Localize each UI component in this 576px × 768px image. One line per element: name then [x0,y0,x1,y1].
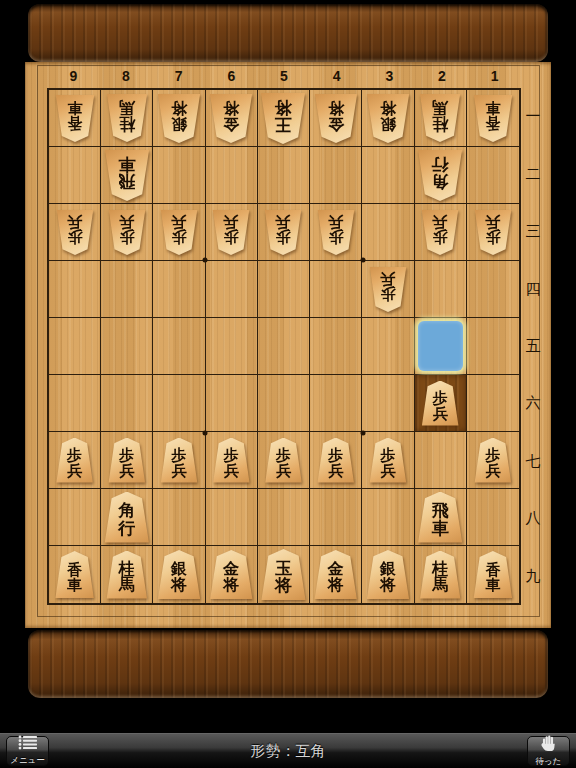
piece-king-sente[interactable]: 玉将 [260,549,306,600]
square-61[interactable]: 金将 [206,90,258,147]
piece-wrapper: 飛車 [417,492,463,543]
piece-kanji-top: 歩 [276,447,291,462]
piece-kanji-bottom: 車 [118,155,135,172]
piece-wrapper: 歩兵 [317,210,355,255]
piece-kanji-bottom: 兵 [276,214,291,229]
rank-label-7: 七 [522,433,544,490]
file-label-4: 4 [310,64,363,88]
square-33[interactable] [362,204,414,261]
piece-kanji-top: 歩 [67,230,82,245]
piece-wrapper: 歩兵 [369,438,407,483]
square-38[interactable] [362,489,414,546]
piece-silver-sente[interactable]: 銀将 [157,550,201,599]
piece-kanji-top: 香 [67,562,82,577]
piece-wrapper: 玉将 [260,549,306,600]
piece-kanji-top: 歩 [485,447,500,462]
piece-pawn-sente[interactable]: 歩兵 [108,438,146,483]
piece-kanji-top: 歩 [433,390,448,405]
piece-wrapper: 桂馬 [419,94,461,142]
piece-kanji-top: 飛 [118,173,135,190]
square-49[interactable]: 金将 [310,546,362,603]
piece-kanji-top: 歩 [328,230,343,245]
piece-kanji-top: 歩 [485,230,500,245]
rank-label-5: 五 [522,318,544,375]
square-77[interactable]: 歩兵 [153,432,205,489]
file-label-6: 6 [205,64,258,88]
square-79[interactable]: 銀将 [153,546,205,603]
piece-lance-sente[interactable]: 香車 [55,551,95,598]
piece-kanji-bottom: 兵 [119,463,134,478]
piece-pawn-sente[interactable]: 歩兵 [421,381,459,426]
piece-kanji-bottom: 兵 [433,406,448,421]
square-36[interactable] [362,375,414,432]
piece-pawn-gote[interactable]: 歩兵 [474,210,512,255]
square-87[interactable]: 歩兵 [101,432,153,489]
piece-lance-sente[interactable]: 香車 [473,551,513,598]
piece-wrapper: 銀将 [366,550,410,599]
file-label-3: 3 [363,64,416,88]
piece-silver-sente[interactable]: 銀将 [366,550,410,599]
toolbar: メニュー 形勢：互角 待った [0,733,576,768]
piece-wrapper: 歩兵 [56,438,94,483]
piece-kanji-top: 飛 [432,502,449,519]
piece-kanji-top: 香 [485,116,500,131]
square-41[interactable]: 金将 [310,90,362,147]
status-text: 形勢：互角 [251,742,326,761]
piece-kanji-top: 金 [328,561,344,577]
piece-silver-gote[interactable]: 銀将 [366,94,410,143]
piece-king-gote[interactable]: 王将 [260,93,306,144]
piece-kanji-bottom: 馬 [432,577,448,593]
piece-kanji-top: 歩 [119,230,134,245]
piece-kanji-bottom: 車 [67,100,82,115]
piece-kanji-top: 歩 [380,447,395,462]
file-label-2: 2 [416,64,469,88]
piece-wrapper: 歩兵 [264,438,302,483]
piece-kanji-top: 金 [328,116,344,132]
square-34[interactable]: 歩兵 [362,261,414,318]
piece-kanji-bottom: 将 [328,577,344,593]
square-68[interactable] [206,489,258,546]
piece-kanji-bottom: 兵 [276,463,291,478]
square-83[interactable]: 歩兵 [101,204,153,261]
piece-wrapper: 歩兵 [317,438,355,483]
square-37[interactable]: 歩兵 [362,432,414,489]
hand-icon [540,735,557,755]
square-66[interactable] [206,375,258,432]
menu-button[interactable]: メニュー [6,736,49,766]
undo-button-label: 待った [536,756,562,768]
square-94[interactable] [49,261,101,318]
square-73[interactable]: 歩兵 [153,204,205,261]
piece-kanji-bottom: 兵 [67,463,82,478]
square-91[interactable]: 香車 [49,90,101,147]
piece-kanji-top: 香 [67,116,82,131]
piece-pawn-gote[interactable]: 歩兵 [369,267,407,312]
square-59[interactable]: 玉将 [258,546,310,603]
hoshi-dot [361,431,366,436]
square-15[interactable] [467,318,519,375]
gote-captured-tray [28,4,548,62]
square-75[interactable] [153,318,205,375]
piece-wrapper: 銀将 [157,550,201,599]
square-84[interactable] [101,261,153,318]
square-14[interactable] [467,261,519,318]
piece-kanji-top: 桂 [432,116,448,132]
piece-kanji-bottom: 兵 [119,214,134,229]
piece-pawn-sente[interactable]: 歩兵 [160,438,198,483]
square-32[interactable] [362,147,414,204]
square-23[interactable]: 歩兵 [415,204,467,261]
piece-wrapper: 歩兵 [56,210,94,255]
piece-kanji-top: 銀 [380,116,396,132]
piece-wrapper: 香車 [473,551,513,598]
piece-wrapper: 香車 [473,95,513,142]
square-27[interactable] [415,432,467,489]
square-97[interactable]: 歩兵 [49,432,101,489]
piece-kanji-bottom: 車 [485,577,500,592]
board-grid[interactable]: 香車桂馬銀将金将王将金将銀将桂馬香車飛車角行歩兵歩兵歩兵歩兵歩兵歩兵歩兵歩兵歩兵… [47,88,521,605]
square-88[interactable]: 角行 [101,489,153,546]
piece-gold-sente[interactable]: 金将 [314,550,358,599]
piece-kanji-bottom: 馬 [119,577,135,593]
piece-kanji-bottom: 馬 [432,99,448,115]
piece-kanji-bottom: 将 [223,99,239,115]
piece-gold-gote[interactable]: 金将 [314,94,358,143]
piece-kanji-bottom: 車 [67,577,82,592]
piece-kanji-top: 桂 [432,561,448,577]
piece-kanji-top: 歩 [224,230,239,245]
square-21[interactable]: 桂馬 [415,90,467,147]
piece-kanji-bottom: 将 [171,99,187,115]
square-63[interactable]: 歩兵 [206,204,258,261]
piece-wrapper: 角行 [417,150,463,201]
piece-pawn-gote[interactable]: 歩兵 [264,210,302,255]
square-81[interactable]: 桂馬 [101,90,153,147]
piece-pawn-sente[interactable]: 歩兵 [264,438,302,483]
square-35[interactable] [362,318,414,375]
piece-knight-gote[interactable]: 桂馬 [106,94,148,142]
piece-kanji-bottom: 兵 [328,463,343,478]
piece-kanji-bottom: 兵 [328,214,343,229]
piece-wrapper: 歩兵 [264,210,302,255]
file-label-9: 9 [47,64,100,88]
piece-rook-gote[interactable]: 飛車 [104,150,150,201]
piece-wrapper: 金将 [314,94,358,143]
square-74[interactable] [153,261,205,318]
piece-kanji-bottom: 車 [432,520,449,537]
piece-wrapper: 銀将 [157,94,201,143]
square-39[interactable]: 銀将 [362,546,414,603]
rank-labels: 一二三四五六七八九 [522,88,544,605]
piece-kanji-bottom: 兵 [67,214,82,229]
square-64[interactable] [206,261,258,318]
piece-kanji-bottom: 車 [485,100,500,115]
piece-kanji-top: 銀 [171,561,187,577]
square-48[interactable] [310,489,362,546]
piece-kanji-top: 金 [223,561,239,577]
piece-kanji-top: 歩 [328,447,343,462]
piece-wrapper: 角行 [104,492,150,543]
piece-pawn-gote[interactable]: 歩兵 [317,210,355,255]
square-86[interactable] [101,375,153,432]
square-82[interactable]: 飛車 [101,147,153,204]
square-26[interactable]: 歩兵 [415,375,467,432]
piece-lance-gote[interactable]: 香車 [473,95,513,142]
piece-pawn-sente[interactable]: 歩兵 [212,438,250,483]
square-22[interactable]: 角行 [415,147,467,204]
piece-kanji-bottom: 将 [275,577,292,594]
rank-label-8: 八 [522,490,544,547]
square-52[interactable] [258,147,310,204]
piece-wrapper: 香車 [55,551,95,598]
menu-list-icon [18,735,38,754]
piece-wrapper: 香車 [55,95,95,142]
square-12[interactable] [467,147,519,204]
square-56[interactable] [258,375,310,432]
piece-wrapper: 桂馬 [106,94,148,142]
file-label-8: 8 [100,64,153,88]
piece-kanji-top: 角 [118,502,135,519]
square-76[interactable] [153,375,205,432]
piece-wrapper: 歩兵 [474,438,512,483]
piece-wrapper: 歩兵 [369,267,407,312]
square-47[interactable]: 歩兵 [310,432,362,489]
piece-kanji-bottom: 兵 [224,214,239,229]
piece-kanji-top: 王 [275,116,292,133]
piece-wrapper: 銀将 [366,94,410,143]
piece-kanji-top: 桂 [119,116,135,132]
square-55[interactable] [258,318,310,375]
square-71[interactable]: 銀将 [153,90,205,147]
piece-silver-gote[interactable]: 銀将 [157,94,201,143]
shogi-board: 987654321 一二三四五六七八九 香車桂馬銀将金将王将金将銀将桂馬香車飛車… [25,62,551,628]
square-25[interactable] [415,318,467,375]
piece-wrapper: 飛車 [104,150,150,201]
file-label-7: 7 [152,64,205,88]
piece-bishop-gote[interactable]: 角行 [417,150,463,201]
piece-pawn-sente[interactable]: 歩兵 [369,438,407,483]
piece-pawn-sente[interactable]: 歩兵 [317,438,355,483]
piece-kanji-top: 歩 [380,287,395,302]
piece-kanji-top: 歩 [119,447,134,462]
square-95[interactable] [49,318,101,375]
piece-kanji-bottom: 将 [275,98,292,115]
piece-pawn-gote[interactable]: 歩兵 [212,210,250,255]
piece-kanji-bottom: 将 [380,577,396,593]
square-43[interactable]: 歩兵 [310,204,362,261]
square-31[interactable]: 銀将 [362,90,414,147]
piece-gold-sente[interactable]: 金将 [209,550,253,599]
square-93[interactable]: 歩兵 [49,204,101,261]
piece-kanji-bottom: 兵 [485,214,500,229]
piece-gold-gote[interactable]: 金将 [209,94,253,143]
square-85[interactable] [101,318,153,375]
piece-wrapper: 歩兵 [212,438,250,483]
piece-pawn-gote[interactable]: 歩兵 [160,210,198,255]
piece-kanji-bottom: 兵 [433,214,448,229]
square-96[interactable] [49,375,101,432]
piece-rook-sente[interactable]: 飛車 [417,492,463,543]
hoshi-dot [203,431,208,436]
piece-pawn-sente[interactable]: 歩兵 [56,438,94,483]
app-screen: 987654321 一二三四五六七八九 香車桂馬銀将金将王将金将銀将桂馬香車飛車… [0,0,576,768]
sente-captured-tray [28,630,548,698]
file-label-5: 5 [258,64,311,88]
rank-label-6: 六 [522,375,544,432]
piece-wrapper: 歩兵 [108,210,146,255]
square-57[interactable]: 歩兵 [258,432,310,489]
piece-wrapper: 桂馬 [106,551,148,599]
piece-bishop-sente[interactable]: 角行 [104,492,150,543]
square-11[interactable]: 香車 [467,90,519,147]
piece-kanji-top: 角 [432,173,449,190]
piece-kanji-top: 香 [485,562,500,577]
piece-knight-sente[interactable]: 桂馬 [106,551,148,599]
piece-wrapper: 歩兵 [108,438,146,483]
rank-label-1: 一 [522,88,544,145]
piece-kanji-bottom: 行 [118,520,135,537]
rank-label-2: 二 [522,145,544,202]
menu-button-label: メニュー [10,755,45,767]
piece-knight-gote[interactable]: 桂馬 [419,94,461,142]
piece-wrapper: 金将 [314,550,358,599]
piece-knight-sente[interactable]: 桂馬 [419,551,461,599]
piece-kanji-top: 歩 [433,230,448,245]
piece-pawn-gote[interactable]: 歩兵 [421,210,459,255]
file-labels: 987654321 [47,64,521,88]
piece-kanji-bottom: 兵 [380,463,395,478]
hoshi-dot [203,258,208,263]
piece-pawn-gote[interactable]: 歩兵 [108,210,146,255]
piece-wrapper: 金将 [209,550,253,599]
piece-kanji-top: 歩 [172,447,187,462]
piece-kanji-top: 歩 [67,447,82,462]
square-44[interactable] [310,261,362,318]
piece-kanji-bottom: 将 [380,99,396,115]
piece-kanji-bottom: 兵 [224,463,239,478]
rank-label-3: 三 [522,203,544,260]
piece-kanji-bottom: 兵 [172,463,187,478]
square-29[interactable]: 桂馬 [415,546,467,603]
piece-wrapper: 歩兵 [421,381,459,426]
piece-wrapper: 歩兵 [421,210,459,255]
rank-label-9: 九 [522,548,544,605]
square-62[interactable] [206,147,258,204]
square-42[interactable] [310,147,362,204]
square-54[interactable] [258,261,310,318]
square-67[interactable]: 歩兵 [206,432,258,489]
piece-kanji-bottom: 行 [432,155,449,172]
piece-pawn-sente[interactable]: 歩兵 [474,438,512,483]
square-58[interactable] [258,489,310,546]
piece-kanji-bottom: 将 [171,577,187,593]
piece-kanji-top: 桂 [119,561,135,577]
square-46[interactable] [310,375,362,432]
piece-wrapper: 歩兵 [212,210,250,255]
piece-wrapper: 金将 [209,94,253,143]
piece-kanji-bottom: 将 [223,577,239,593]
piece-kanji-top: 金 [223,116,239,132]
piece-kanji-top: 歩 [224,447,239,462]
square-45[interactable] [310,318,362,375]
square-17[interactable]: 歩兵 [467,432,519,489]
square-16[interactable] [467,375,519,432]
piece-kanji-bottom: 馬 [119,99,135,115]
piece-kanji-top: 玉 [275,560,292,577]
rank-label-4: 四 [522,260,544,317]
undo-button[interactable]: 待った [527,736,570,766]
piece-wrapper: 歩兵 [160,438,198,483]
square-78[interactable] [153,489,205,546]
square-89[interactable]: 桂馬 [101,546,153,603]
square-65[interactable] [206,318,258,375]
square-24[interactable] [415,261,467,318]
piece-wrapper: 王将 [260,93,306,144]
square-51[interactable]: 王将 [258,90,310,147]
piece-kanji-top: 銀 [171,116,187,132]
square-98[interactable] [49,489,101,546]
square-69[interactable]: 金将 [206,546,258,603]
piece-kanji-top: 歩 [172,230,187,245]
piece-wrapper: 歩兵 [160,210,198,255]
hoshi-dot [361,258,366,263]
piece-kanji-bottom: 兵 [380,271,395,286]
square-99[interactable]: 香車 [49,546,101,603]
piece-kanji-bottom: 将 [328,99,344,115]
piece-kanji-top: 歩 [276,230,291,245]
file-label-1: 1 [468,64,521,88]
square-18[interactable] [467,489,519,546]
square-92[interactable] [49,147,101,204]
piece-wrapper: 桂馬 [419,551,461,599]
square-19[interactable]: 香車 [467,546,519,603]
piece-kanji-top: 銀 [380,561,396,577]
square-72[interactable] [153,147,205,204]
piece-lance-gote[interactable]: 香車 [55,95,95,142]
piece-wrapper: 歩兵 [474,210,512,255]
square-53[interactable]: 歩兵 [258,204,310,261]
square-28[interactable]: 飛車 [415,489,467,546]
piece-kanji-bottom: 兵 [485,463,500,478]
piece-pawn-gote[interactable]: 歩兵 [56,210,94,255]
piece-kanji-bottom: 兵 [172,214,187,229]
square-13[interactable]: 歩兵 [467,204,519,261]
